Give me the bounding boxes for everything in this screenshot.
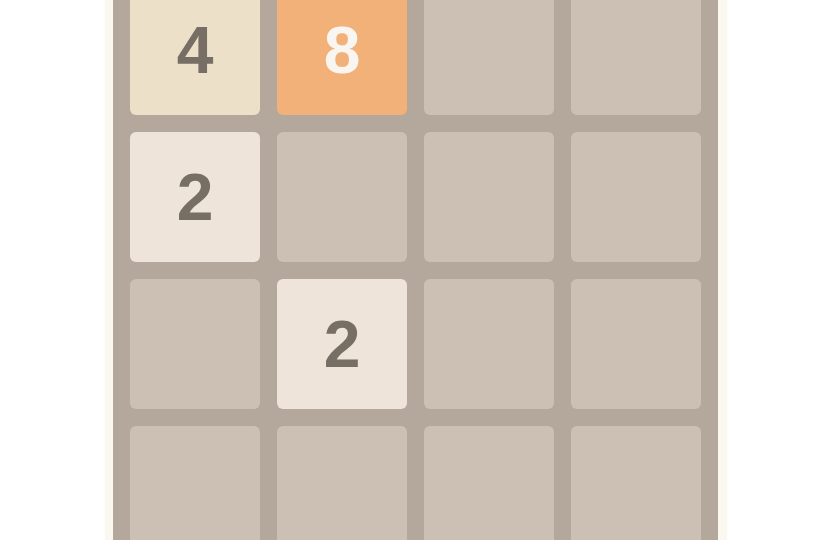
empty-cell-r3c3	[424, 279, 554, 409]
empty-cell-r3c1	[130, 279, 260, 409]
tile-8-r1c2: 8	[277, 0, 407, 115]
empty-cell-r1c3	[424, 0, 554, 115]
tile-2-r2c1: 2	[130, 132, 260, 262]
empty-cell-r2c4	[571, 132, 701, 262]
empty-cell-r4c3	[424, 426, 554, 540]
game-board-2048[interactable]: 4822	[113, 0, 718, 540]
empty-cell-r2c2	[277, 132, 407, 262]
empty-cell-r4c2	[277, 426, 407, 540]
empty-cell-r4c1	[130, 426, 260, 540]
empty-cell-r4c4	[571, 426, 701, 540]
tile-2-r3c2: 2	[277, 279, 407, 409]
tile-4-r1c1: 4	[130, 0, 260, 115]
empty-cell-r1c4	[571, 0, 701, 115]
empty-cell-r3c4	[571, 279, 701, 409]
empty-cell-r2c3	[424, 132, 554, 262]
